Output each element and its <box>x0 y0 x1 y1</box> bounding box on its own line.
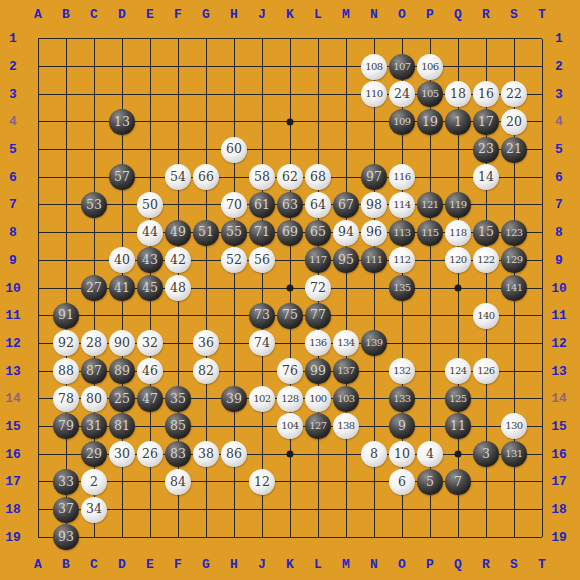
intersection-M19[interactable] <box>332 523 360 551</box>
intersection-P12[interactable] <box>416 330 444 358</box>
intersection-R3[interactable]: 16 <box>472 80 500 108</box>
intersection-E17[interactable] <box>136 468 164 496</box>
intersection-H6[interactable] <box>220 163 248 191</box>
intersection-N15[interactable] <box>360 413 388 441</box>
intersection-M14[interactable]: 103 <box>332 385 360 413</box>
intersection-J7[interactable]: 61 <box>248 191 276 219</box>
intersection-E5[interactable] <box>136 136 164 164</box>
intersection-T4[interactable] <box>528 108 556 136</box>
intersection-G4[interactable] <box>192 108 220 136</box>
intersection-M4[interactable] <box>332 108 360 136</box>
intersection-O10[interactable]: 135 <box>388 274 416 302</box>
intersection-B9[interactable] <box>52 247 80 275</box>
intersection-M12[interactable]: 134 <box>332 330 360 358</box>
intersection-L4[interactable] <box>304 108 332 136</box>
intersection-T7[interactable] <box>528 191 556 219</box>
intersection-L18[interactable] <box>304 496 332 524</box>
intersection-O15[interactable]: 9 <box>388 413 416 441</box>
intersection-B3[interactable] <box>52 80 80 108</box>
intersection-E14[interactable]: 47 <box>136 385 164 413</box>
intersection-R11[interactable]: 140 <box>472 302 500 330</box>
intersection-L6[interactable]: 68 <box>304 163 332 191</box>
intersection-J9[interactable]: 56 <box>248 247 276 275</box>
intersection-N14[interactable] <box>360 385 388 413</box>
intersection-E9[interactable]: 43 <box>136 247 164 275</box>
intersection-F8[interactable]: 49 <box>164 219 192 247</box>
intersection-Q1[interactable] <box>444 25 472 53</box>
intersection-F9[interactable]: 42 <box>164 247 192 275</box>
intersection-F11[interactable] <box>164 302 192 330</box>
intersection-J8[interactable]: 71 <box>248 219 276 247</box>
intersection-S13[interactable] <box>500 357 528 385</box>
intersection-T18[interactable] <box>528 496 556 524</box>
intersection-S6[interactable] <box>500 163 528 191</box>
intersection-A3[interactable] <box>24 80 52 108</box>
intersection-R1[interactable] <box>472 25 500 53</box>
intersection-J1[interactable] <box>248 25 276 53</box>
intersection-K14[interactable]: 128 <box>276 385 304 413</box>
intersection-P18[interactable] <box>416 496 444 524</box>
intersection-J17[interactable]: 12 <box>248 468 276 496</box>
intersection-L12[interactable]: 136 <box>304 330 332 358</box>
intersection-E13[interactable]: 46 <box>136 357 164 385</box>
intersection-J5[interactable] <box>248 136 276 164</box>
intersection-S7[interactable] <box>500 191 528 219</box>
intersection-F1[interactable] <box>164 25 192 53</box>
intersection-H13[interactable] <box>220 357 248 385</box>
intersection-E3[interactable] <box>136 80 164 108</box>
intersection-C12[interactable]: 28 <box>80 330 108 358</box>
intersection-G8[interactable]: 51 <box>192 219 220 247</box>
intersection-M9[interactable]: 95 <box>332 247 360 275</box>
intersection-O5[interactable] <box>388 136 416 164</box>
intersection-L2[interactable] <box>304 53 332 81</box>
intersection-R7[interactable] <box>472 191 500 219</box>
intersection-S10[interactable]: 141 <box>500 274 528 302</box>
intersection-N9[interactable]: 111 <box>360 247 388 275</box>
intersection-K19[interactable] <box>276 523 304 551</box>
intersection-N7[interactable]: 98 <box>360 191 388 219</box>
intersection-G10[interactable] <box>192 274 220 302</box>
intersection-A18[interactable] <box>24 496 52 524</box>
intersection-H7[interactable]: 70 <box>220 191 248 219</box>
intersection-O1[interactable] <box>388 25 416 53</box>
intersection-M10[interactable] <box>332 274 360 302</box>
intersection-T15[interactable] <box>528 413 556 441</box>
intersection-M18[interactable] <box>332 496 360 524</box>
intersection-T3[interactable] <box>528 80 556 108</box>
intersection-Q17[interactable]: 7 <box>444 468 472 496</box>
intersection-O16[interactable]: 10 <box>388 440 416 468</box>
intersection-E4[interactable] <box>136 108 164 136</box>
intersection-O19[interactable] <box>388 523 416 551</box>
intersection-M16[interactable] <box>332 440 360 468</box>
intersection-G2[interactable] <box>192 53 220 81</box>
intersection-E1[interactable] <box>136 25 164 53</box>
intersection-F14[interactable]: 35 <box>164 385 192 413</box>
intersection-O2[interactable]: 107 <box>388 53 416 81</box>
intersection-K17[interactable] <box>276 468 304 496</box>
intersection-P1[interactable] <box>416 25 444 53</box>
intersection-L17[interactable] <box>304 468 332 496</box>
intersection-O18[interactable] <box>388 496 416 524</box>
intersection-R4[interactable]: 17 <box>472 108 500 136</box>
intersection-D7[interactable] <box>108 191 136 219</box>
intersection-B8[interactable] <box>52 219 80 247</box>
intersection-E12[interactable]: 32 <box>136 330 164 358</box>
intersection-L16[interactable] <box>304 440 332 468</box>
intersection-S17[interactable] <box>500 468 528 496</box>
intersection-D3[interactable] <box>108 80 136 108</box>
intersection-H14[interactable]: 39 <box>220 385 248 413</box>
intersection-D13[interactable]: 89 <box>108 357 136 385</box>
intersection-S15[interactable]: 130 <box>500 413 528 441</box>
intersection-P8[interactable]: 115 <box>416 219 444 247</box>
intersection-H12[interactable] <box>220 330 248 358</box>
intersection-C13[interactable]: 87 <box>80 357 108 385</box>
intersection-K4[interactable] <box>276 108 304 136</box>
intersection-G19[interactable] <box>192 523 220 551</box>
intersection-J4[interactable] <box>248 108 276 136</box>
intersection-D19[interactable] <box>108 523 136 551</box>
intersection-T5[interactable] <box>528 136 556 164</box>
intersection-T14[interactable] <box>528 385 556 413</box>
intersection-D17[interactable] <box>108 468 136 496</box>
intersection-A10[interactable] <box>24 274 52 302</box>
intersection-O11[interactable] <box>388 302 416 330</box>
intersection-C5[interactable] <box>80 136 108 164</box>
intersection-P17[interactable]: 5 <box>416 468 444 496</box>
intersection-Q13[interactable]: 124 <box>444 357 472 385</box>
intersection-D2[interactable] <box>108 53 136 81</box>
intersection-N19[interactable] <box>360 523 388 551</box>
intersection-A5[interactable] <box>24 136 52 164</box>
intersection-B6[interactable] <box>52 163 80 191</box>
intersection-B4[interactable] <box>52 108 80 136</box>
intersection-K1[interactable] <box>276 25 304 53</box>
intersection-T13[interactable] <box>528 357 556 385</box>
intersection-Q5[interactable] <box>444 136 472 164</box>
intersection-K10[interactable] <box>276 274 304 302</box>
intersection-L7[interactable]: 64 <box>304 191 332 219</box>
intersection-K2[interactable] <box>276 53 304 81</box>
intersection-E10[interactable]: 45 <box>136 274 164 302</box>
intersection-D15[interactable]: 81 <box>108 413 136 441</box>
intersection-F17[interactable]: 84 <box>164 468 192 496</box>
intersection-R6[interactable]: 14 <box>472 163 500 191</box>
intersection-F12[interactable] <box>164 330 192 358</box>
intersection-S1[interactable] <box>500 25 528 53</box>
intersection-P19[interactable] <box>416 523 444 551</box>
intersection-O3[interactable]: 24 <box>388 80 416 108</box>
intersection-O17[interactable]: 6 <box>388 468 416 496</box>
intersection-D12[interactable]: 90 <box>108 330 136 358</box>
intersection-Q16[interactable] <box>444 440 472 468</box>
intersection-F16[interactable]: 83 <box>164 440 192 468</box>
intersection-C16[interactable]: 29 <box>80 440 108 468</box>
intersection-D5[interactable] <box>108 136 136 164</box>
intersection-L1[interactable] <box>304 25 332 53</box>
intersection-D8[interactable] <box>108 219 136 247</box>
intersection-D14[interactable]: 25 <box>108 385 136 413</box>
intersection-M15[interactable]: 138 <box>332 413 360 441</box>
intersection-T1[interactable] <box>528 25 556 53</box>
intersection-O14[interactable]: 133 <box>388 385 416 413</box>
intersection-J18[interactable] <box>248 496 276 524</box>
intersection-D6[interactable]: 57 <box>108 163 136 191</box>
intersection-M1[interactable] <box>332 25 360 53</box>
intersection-E19[interactable] <box>136 523 164 551</box>
intersection-A19[interactable] <box>24 523 52 551</box>
intersection-D16[interactable]: 30 <box>108 440 136 468</box>
intersection-K9[interactable] <box>276 247 304 275</box>
intersection-B5[interactable] <box>52 136 80 164</box>
intersection-N6[interactable]: 97 <box>360 163 388 191</box>
intersection-O12[interactable] <box>388 330 416 358</box>
intersection-Q10[interactable] <box>444 274 472 302</box>
intersection-S16[interactable]: 131 <box>500 440 528 468</box>
intersection-R17[interactable] <box>472 468 500 496</box>
intersection-H16[interactable]: 86 <box>220 440 248 468</box>
intersection-B1[interactable] <box>52 25 80 53</box>
intersection-J14[interactable]: 102 <box>248 385 276 413</box>
intersection-Q3[interactable]: 18 <box>444 80 472 108</box>
intersection-N11[interactable] <box>360 302 388 330</box>
intersection-C10[interactable]: 27 <box>80 274 108 302</box>
intersection-R14[interactable] <box>472 385 500 413</box>
intersection-R9[interactable]: 122 <box>472 247 500 275</box>
intersection-E16[interactable]: 26 <box>136 440 164 468</box>
intersection-M8[interactable]: 94 <box>332 219 360 247</box>
intersection-L9[interactable]: 117 <box>304 247 332 275</box>
intersection-S12[interactable] <box>500 330 528 358</box>
intersection-D4[interactable]: 13 <box>108 108 136 136</box>
intersection-S18[interactable] <box>500 496 528 524</box>
intersection-H9[interactable]: 52 <box>220 247 248 275</box>
intersection-T10[interactable] <box>528 274 556 302</box>
intersection-M11[interactable] <box>332 302 360 330</box>
intersection-A17[interactable] <box>24 468 52 496</box>
intersection-C19[interactable] <box>80 523 108 551</box>
intersection-C11[interactable] <box>80 302 108 330</box>
intersection-P7[interactable]: 121 <box>416 191 444 219</box>
intersection-L14[interactable]: 100 <box>304 385 332 413</box>
intersection-K16[interactable] <box>276 440 304 468</box>
intersection-T6[interactable] <box>528 163 556 191</box>
intersection-T17[interactable] <box>528 468 556 496</box>
intersection-H8[interactable]: 55 <box>220 219 248 247</box>
intersection-K12[interactable] <box>276 330 304 358</box>
intersection-Q4[interactable]: 1 <box>444 108 472 136</box>
intersection-Q12[interactable] <box>444 330 472 358</box>
intersection-H17[interactable] <box>220 468 248 496</box>
intersection-Q15[interactable]: 11 <box>444 413 472 441</box>
intersection-N1[interactable] <box>360 25 388 53</box>
intersection-B12[interactable]: 92 <box>52 330 80 358</box>
intersection-G1[interactable] <box>192 25 220 53</box>
intersection-E7[interactable]: 50 <box>136 191 164 219</box>
intersection-R18[interactable] <box>472 496 500 524</box>
intersection-H2[interactable] <box>220 53 248 81</box>
intersection-O7[interactable]: 114 <box>388 191 416 219</box>
intersection-G9[interactable] <box>192 247 220 275</box>
intersection-A9[interactable] <box>24 247 52 275</box>
intersection-B7[interactable] <box>52 191 80 219</box>
intersection-O8[interactable]: 113 <box>388 219 416 247</box>
intersection-Q18[interactable] <box>444 496 472 524</box>
intersection-L10[interactable]: 72 <box>304 274 332 302</box>
intersection-K18[interactable] <box>276 496 304 524</box>
intersection-R15[interactable] <box>472 413 500 441</box>
intersection-G6[interactable]: 66 <box>192 163 220 191</box>
intersection-M5[interactable] <box>332 136 360 164</box>
intersection-S11[interactable] <box>500 302 528 330</box>
intersection-S2[interactable] <box>500 53 528 81</box>
intersection-D1[interactable] <box>108 25 136 53</box>
intersection-R16[interactable]: 3 <box>472 440 500 468</box>
intersection-A11[interactable] <box>24 302 52 330</box>
intersection-P13[interactable] <box>416 357 444 385</box>
intersection-G14[interactable] <box>192 385 220 413</box>
intersection-K7[interactable]: 63 <box>276 191 304 219</box>
intersection-G3[interactable] <box>192 80 220 108</box>
intersection-H4[interactable] <box>220 108 248 136</box>
intersection-O4[interactable]: 109 <box>388 108 416 136</box>
intersection-S5[interactable]: 21 <box>500 136 528 164</box>
intersection-R13[interactable]: 126 <box>472 357 500 385</box>
intersection-A14[interactable] <box>24 385 52 413</box>
intersection-T8[interactable] <box>528 219 556 247</box>
intersection-P9[interactable] <box>416 247 444 275</box>
intersection-G13[interactable]: 82 <box>192 357 220 385</box>
intersection-A4[interactable] <box>24 108 52 136</box>
intersection-A8[interactable] <box>24 219 52 247</box>
intersection-L3[interactable] <box>304 80 332 108</box>
intersection-R19[interactable] <box>472 523 500 551</box>
intersection-C4[interactable] <box>80 108 108 136</box>
intersection-B14[interactable]: 78 <box>52 385 80 413</box>
intersection-C7[interactable]: 53 <box>80 191 108 219</box>
intersection-Q19[interactable] <box>444 523 472 551</box>
intersection-D9[interactable]: 40 <box>108 247 136 275</box>
intersection-A12[interactable] <box>24 330 52 358</box>
intersection-C3[interactable] <box>80 80 108 108</box>
intersection-E11[interactable] <box>136 302 164 330</box>
intersection-C8[interactable] <box>80 219 108 247</box>
intersection-B19[interactable]: 93 <box>52 523 80 551</box>
intersection-K13[interactable]: 76 <box>276 357 304 385</box>
intersection-B17[interactable]: 33 <box>52 468 80 496</box>
intersection-K6[interactable]: 62 <box>276 163 304 191</box>
intersection-H11[interactable] <box>220 302 248 330</box>
intersection-F19[interactable] <box>164 523 192 551</box>
intersection-N8[interactable]: 96 <box>360 219 388 247</box>
intersection-A1[interactable] <box>24 25 52 53</box>
intersection-D18[interactable] <box>108 496 136 524</box>
intersection-J2[interactable] <box>248 53 276 81</box>
intersection-O6[interactable]: 116 <box>388 163 416 191</box>
intersection-R12[interactable] <box>472 330 500 358</box>
intersection-B13[interactable]: 88 <box>52 357 80 385</box>
intersection-K15[interactable]: 104 <box>276 413 304 441</box>
intersection-H19[interactable] <box>220 523 248 551</box>
intersection-O13[interactable]: 132 <box>388 357 416 385</box>
intersection-E15[interactable] <box>136 413 164 441</box>
intersection-G18[interactable] <box>192 496 220 524</box>
intersection-G15[interactable] <box>192 413 220 441</box>
intersection-J11[interactable]: 73 <box>248 302 276 330</box>
intersection-N2[interactable]: 108 <box>360 53 388 81</box>
intersection-Q2[interactable] <box>444 53 472 81</box>
intersection-H10[interactable] <box>220 274 248 302</box>
intersection-F10[interactable]: 48 <box>164 274 192 302</box>
intersection-N12[interactable]: 139 <box>360 330 388 358</box>
intersection-T9[interactable] <box>528 247 556 275</box>
intersection-K8[interactable]: 69 <box>276 219 304 247</box>
intersection-M3[interactable] <box>332 80 360 108</box>
intersection-L15[interactable]: 127 <box>304 413 332 441</box>
intersection-C2[interactable] <box>80 53 108 81</box>
intersection-F4[interactable] <box>164 108 192 136</box>
intersection-N18[interactable] <box>360 496 388 524</box>
intersection-C9[interactable] <box>80 247 108 275</box>
intersection-P10[interactable] <box>416 274 444 302</box>
intersection-R5[interactable]: 23 <box>472 136 500 164</box>
intersection-F6[interactable]: 54 <box>164 163 192 191</box>
intersection-K11[interactable]: 75 <box>276 302 304 330</box>
intersection-M2[interactable] <box>332 53 360 81</box>
intersection-F18[interactable] <box>164 496 192 524</box>
intersection-B15[interactable]: 79 <box>52 413 80 441</box>
intersection-M6[interactable] <box>332 163 360 191</box>
intersection-F5[interactable] <box>164 136 192 164</box>
intersection-Q8[interactable]: 118 <box>444 219 472 247</box>
intersection-L5[interactable] <box>304 136 332 164</box>
intersection-G17[interactable] <box>192 468 220 496</box>
intersection-C1[interactable] <box>80 25 108 53</box>
intersection-T11[interactable] <box>528 302 556 330</box>
intersection-O9[interactable]: 112 <box>388 247 416 275</box>
intersection-T12[interactable] <box>528 330 556 358</box>
intersection-J10[interactable] <box>248 274 276 302</box>
intersection-C14[interactable]: 80 <box>80 385 108 413</box>
intersection-P11[interactable] <box>416 302 444 330</box>
intersection-K5[interactable] <box>276 136 304 164</box>
intersection-A6[interactable] <box>24 163 52 191</box>
intersection-E18[interactable] <box>136 496 164 524</box>
intersection-H18[interactable] <box>220 496 248 524</box>
intersection-B11[interactable]: 91 <box>52 302 80 330</box>
intersection-J15[interactable] <box>248 413 276 441</box>
intersection-Q14[interactable]: 125 <box>444 385 472 413</box>
intersection-E6[interactable] <box>136 163 164 191</box>
intersection-P3[interactable]: 105 <box>416 80 444 108</box>
intersection-A15[interactable] <box>24 413 52 441</box>
intersection-Q7[interactable]: 119 <box>444 191 472 219</box>
intersection-G12[interactable]: 36 <box>192 330 220 358</box>
intersection-N17[interactable] <box>360 468 388 496</box>
intersection-S4[interactable]: 20 <box>500 108 528 136</box>
intersection-S19[interactable] <box>500 523 528 551</box>
intersection-F3[interactable] <box>164 80 192 108</box>
intersection-N13[interactable] <box>360 357 388 385</box>
intersection-D11[interactable] <box>108 302 136 330</box>
intersection-H15[interactable] <box>220 413 248 441</box>
intersection-N3[interactable]: 110 <box>360 80 388 108</box>
intersection-T19[interactable] <box>528 523 556 551</box>
intersection-L8[interactable]: 65 <box>304 219 332 247</box>
intersection-P14[interactable] <box>416 385 444 413</box>
